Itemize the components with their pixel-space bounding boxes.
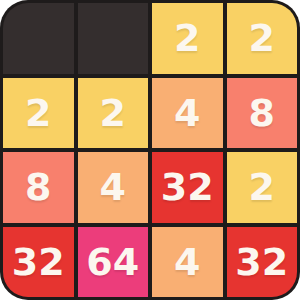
tile-32: 32 — [3, 227, 74, 298]
tile-2: 2 — [3, 78, 74, 149]
tile-32: 32 — [227, 227, 298, 298]
tile-32: 32 — [152, 152, 223, 223]
2048-board[interactable]: 222248843223264432 — [0, 0, 300, 300]
tile-4: 4 — [152, 78, 223, 149]
tile-8: 8 — [3, 152, 74, 223]
empty-cell — [3, 3, 74, 74]
tile-2: 2 — [227, 3, 298, 74]
tile-64: 64 — [78, 227, 149, 298]
tile-2: 2 — [152, 3, 223, 74]
tile-8: 8 — [227, 78, 298, 149]
tile-2: 2 — [227, 152, 298, 223]
tile-4: 4 — [152, 227, 223, 298]
empty-cell — [78, 3, 149, 74]
tile-2: 2 — [78, 78, 149, 149]
tile-4: 4 — [78, 152, 149, 223]
